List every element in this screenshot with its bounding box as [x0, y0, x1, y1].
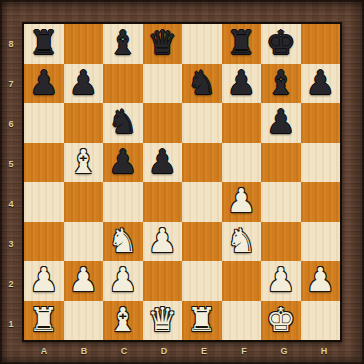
file-label-e: E	[184, 343, 224, 359]
square-g7[interactable]: ♝	[261, 64, 301, 104]
piece-white-king[interactable]: ♚	[266, 303, 296, 336]
square-e3[interactable]	[182, 222, 222, 262]
square-b1[interactable]	[64, 301, 104, 341]
rank-label-8: 8	[0, 24, 22, 64]
piece-black-bishop[interactable]: ♝	[108, 26, 138, 59]
square-h5[interactable]	[301, 143, 341, 183]
piece-black-pawn[interactable]: ♟	[147, 145, 177, 178]
piece-white-pawn[interactable]: ♟	[147, 224, 177, 257]
piece-white-pawn[interactable]: ♟	[29, 263, 59, 296]
square-b4[interactable]	[64, 182, 104, 222]
square-h4[interactable]	[301, 182, 341, 222]
piece-black-pawn[interactable]: ♟	[305, 66, 335, 99]
square-c1[interactable]: ♝	[103, 301, 143, 341]
square-h2[interactable]: ♟	[301, 261, 341, 301]
square-g8[interactable]: ♚	[261, 24, 301, 64]
square-a8[interactable]: ♜	[24, 24, 64, 64]
square-f7[interactable]: ♟	[222, 64, 262, 104]
piece-black-king[interactable]: ♚	[266, 26, 296, 59]
square-c3[interactable]: ♞	[103, 222, 143, 262]
rank-label-7: 7	[0, 64, 22, 104]
square-d6[interactable]	[143, 103, 183, 143]
square-b3[interactable]	[64, 222, 104, 262]
file-label-d: D	[144, 343, 184, 359]
square-f5[interactable]	[222, 143, 262, 183]
piece-black-pawn[interactable]: ♟	[68, 66, 98, 99]
square-d8[interactable]: ♛	[143, 24, 183, 64]
file-label-a: A	[24, 343, 64, 359]
rank-label-4: 4	[0, 184, 22, 224]
piece-black-bishop[interactable]: ♝	[266, 66, 296, 99]
square-c8[interactable]: ♝	[103, 24, 143, 64]
piece-black-pawn[interactable]: ♟	[29, 66, 59, 99]
square-h6[interactable]	[301, 103, 341, 143]
piece-white-bishop[interactable]: ♝	[108, 303, 138, 336]
square-d1[interactable]: ♛	[143, 301, 183, 341]
square-f2[interactable]	[222, 261, 262, 301]
square-b7[interactable]: ♟	[64, 64, 104, 104]
square-g2[interactable]: ♟	[261, 261, 301, 301]
square-g5[interactable]	[261, 143, 301, 183]
square-e4[interactable]	[182, 182, 222, 222]
square-e6[interactable]	[182, 103, 222, 143]
piece-white-pawn[interactable]: ♟	[226, 184, 256, 217]
piece-white-knight[interactable]: ♞	[226, 224, 256, 257]
square-b6[interactable]	[64, 103, 104, 143]
square-e2[interactable]	[182, 261, 222, 301]
square-a7[interactable]: ♟	[24, 64, 64, 104]
square-d3[interactable]: ♟	[143, 222, 183, 262]
square-d5[interactable]: ♟	[143, 143, 183, 183]
piece-white-pawn[interactable]: ♟	[108, 263, 138, 296]
piece-white-pawn[interactable]: ♟	[266, 263, 296, 296]
piece-white-bishop[interactable]: ♝	[68, 145, 98, 178]
piece-black-rook[interactable]: ♜	[29, 26, 59, 59]
square-h7[interactable]: ♟	[301, 64, 341, 104]
square-c6[interactable]: ♞	[103, 103, 143, 143]
rank-label-3: 3	[0, 224, 22, 264]
piece-black-pawn[interactable]: ♟	[108, 145, 138, 178]
piece-black-rook[interactable]: ♜	[226, 26, 256, 59]
square-f6[interactable]	[222, 103, 262, 143]
piece-white-knight[interactable]: ♞	[108, 224, 138, 257]
file-label-c: C	[104, 343, 144, 359]
piece-black-pawn[interactable]: ♟	[266, 105, 296, 138]
rank-label-6: 6	[0, 104, 22, 144]
piece-black-knight[interactable]: ♞	[108, 105, 138, 138]
piece-black-knight[interactable]: ♞	[187, 66, 217, 99]
square-c7[interactable]	[103, 64, 143, 104]
piece-white-rook[interactable]: ♜	[29, 303, 59, 336]
rank-label-2: 2	[0, 264, 22, 304]
square-a1[interactable]: ♜	[24, 301, 64, 341]
piece-white-pawn[interactable]: ♟	[68, 263, 98, 296]
square-a2[interactable]: ♟	[24, 261, 64, 301]
square-d7[interactable]	[143, 64, 183, 104]
file-label-h: H	[304, 343, 344, 359]
square-c2[interactable]: ♟	[103, 261, 143, 301]
piece-white-rook[interactable]: ♜	[187, 303, 217, 336]
square-g6[interactable]: ♟	[261, 103, 301, 143]
square-c4[interactable]	[103, 182, 143, 222]
square-a5[interactable]	[24, 143, 64, 183]
square-b8[interactable]	[64, 24, 104, 64]
file-label-g: G	[264, 343, 304, 359]
rank-label-1: 1	[0, 304, 22, 344]
square-d4[interactable]	[143, 182, 183, 222]
file-label-f: F	[224, 343, 264, 359]
square-h8[interactable]	[301, 24, 341, 64]
piece-white-pawn[interactable]: ♟	[305, 263, 335, 296]
chess-board-frame: ♜♝♛♜♚♟♟♞♟♝♟♞♟♝♟♟♟♞♟♞♟♟♟♟♟♜♝♛♜♚ 87654321A…	[0, 0, 364, 364]
piece-black-pawn[interactable]: ♟	[226, 66, 256, 99]
square-d2[interactable]	[143, 261, 183, 301]
square-e8[interactable]	[182, 24, 222, 64]
piece-black-queen[interactable]: ♛	[147, 26, 177, 59]
square-e1[interactable]: ♜	[182, 301, 222, 341]
square-g4[interactable]	[261, 182, 301, 222]
square-h3[interactable]	[301, 222, 341, 262]
square-f3[interactable]: ♞	[222, 222, 262, 262]
piece-white-queen[interactable]: ♛	[147, 303, 177, 336]
rank-label-5: 5	[0, 144, 22, 184]
square-g3[interactable]	[261, 222, 301, 262]
square-g1[interactable]: ♚	[261, 301, 301, 341]
square-e5[interactable]	[182, 143, 222, 183]
file-label-b: B	[64, 343, 104, 359]
square-f4[interactable]: ♟	[222, 182, 262, 222]
square-b2[interactable]: ♟	[64, 261, 104, 301]
square-a3[interactable]	[24, 222, 64, 262]
square-b5[interactable]: ♝	[64, 143, 104, 183]
square-h1[interactable]	[301, 301, 341, 341]
square-f8[interactable]: ♜	[222, 24, 262, 64]
square-f1[interactable]	[222, 301, 262, 341]
square-c5[interactable]: ♟	[103, 143, 143, 183]
square-a6[interactable]	[24, 103, 64, 143]
chess-board: ♜♝♛♜♚♟♟♞♟♝♟♞♟♝♟♟♟♞♟♞♟♟♟♟♟♜♝♛♜♚	[22, 22, 342, 342]
square-a4[interactable]	[24, 182, 64, 222]
square-e7[interactable]: ♞	[182, 64, 222, 104]
